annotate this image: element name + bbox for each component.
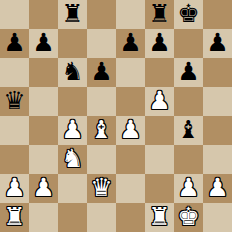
white-bishop-piece[interactable]: ♝ <box>90 115 112 144</box>
square-c3[interactable]: ♞ <box>58 145 87 174</box>
black-pawn-piece[interactable]: ♟ <box>119 28 141 57</box>
square-c7[interactable] <box>58 29 87 58</box>
square-f1[interactable]: ♜ <box>145 203 174 232</box>
square-d8[interactable] <box>87 0 116 29</box>
white-pawn-piece[interactable]: ♟ <box>32 173 54 202</box>
square-h7[interactable]: ♟ <box>203 29 232 58</box>
square-h3[interactable] <box>203 145 232 174</box>
square-b2[interactable]: ♟ <box>29 174 58 203</box>
black-pawn-piece[interactable]: ♟ <box>206 28 228 57</box>
square-b4[interactable] <box>29 116 58 145</box>
square-h4[interactable] <box>203 116 232 145</box>
white-pawn-piece[interactable]: ♟ <box>119 115 141 144</box>
black-pawn-piece[interactable]: ♟ <box>32 28 54 57</box>
white-pawn-piece[interactable]: ♟ <box>206 173 228 202</box>
square-a5[interactable]: ♛ <box>0 87 29 116</box>
square-d1[interactable] <box>87 203 116 232</box>
square-h2[interactable]: ♟ <box>203 174 232 203</box>
square-d2[interactable]: ♛ <box>87 174 116 203</box>
square-f4[interactable] <box>145 116 174 145</box>
white-pawn-piece[interactable]: ♟ <box>61 115 83 144</box>
square-b5[interactable] <box>29 87 58 116</box>
square-a7[interactable]: ♟ <box>0 29 29 58</box>
square-a6[interactable] <box>0 58 29 87</box>
black-pawn-piece[interactable]: ♟ <box>177 57 199 86</box>
square-g1[interactable]: ♚ <box>174 203 203 232</box>
square-b7[interactable]: ♟ <box>29 29 58 58</box>
square-c8[interactable]: ♜ <box>58 0 87 29</box>
square-a1[interactable]: ♜ <box>0 203 29 232</box>
square-c5[interactable] <box>58 87 87 116</box>
square-g2[interactable]: ♟ <box>174 174 203 203</box>
chess-board: ♜♜♚♟♟♟♟♟♞♟♟♛♟♟♝♟♝♞♟♟♛♟♟♜♜♚ <box>0 0 232 232</box>
square-g6[interactable]: ♟ <box>174 58 203 87</box>
square-f3[interactable] <box>145 145 174 174</box>
square-a4[interactable] <box>0 116 29 145</box>
square-g7[interactable] <box>174 29 203 58</box>
white-rook-piece[interactable]: ♜ <box>148 202 170 231</box>
square-e2[interactable] <box>116 174 145 203</box>
square-a8[interactable] <box>0 0 29 29</box>
black-rook-piece[interactable]: ♜ <box>61 0 83 28</box>
square-f7[interactable]: ♟ <box>145 29 174 58</box>
square-e5[interactable] <box>116 87 145 116</box>
square-d3[interactable] <box>87 145 116 174</box>
square-b8[interactable] <box>29 0 58 29</box>
square-e8[interactable] <box>116 0 145 29</box>
square-e1[interactable] <box>116 203 145 232</box>
square-d5[interactable] <box>87 87 116 116</box>
square-g4[interactable]: ♝ <box>174 116 203 145</box>
white-knight-piece[interactable]: ♞ <box>61 144 83 173</box>
white-pawn-piece[interactable]: ♟ <box>3 173 25 202</box>
square-a3[interactable] <box>0 145 29 174</box>
square-e6[interactable] <box>116 58 145 87</box>
square-d6[interactable]: ♟ <box>87 58 116 87</box>
square-g8[interactable]: ♚ <box>174 0 203 29</box>
square-c6[interactable]: ♞ <box>58 58 87 87</box>
square-a2[interactable]: ♟ <box>0 174 29 203</box>
square-f2[interactable] <box>145 174 174 203</box>
square-e7[interactable]: ♟ <box>116 29 145 58</box>
square-d7[interactable] <box>87 29 116 58</box>
square-g3[interactable] <box>174 145 203 174</box>
white-rook-piece[interactable]: ♜ <box>3 202 25 231</box>
square-b6[interactable] <box>29 58 58 87</box>
black-queen-piece[interactable]: ♛ <box>3 86 25 115</box>
white-queen-piece[interactable]: ♛ <box>90 173 112 202</box>
square-d4[interactable]: ♝ <box>87 116 116 145</box>
white-pawn-piece[interactable]: ♟ <box>148 86 170 115</box>
square-h8[interactable] <box>203 0 232 29</box>
black-pawn-piece[interactable]: ♟ <box>148 28 170 57</box>
square-e3[interactable] <box>116 145 145 174</box>
white-king-piece[interactable]: ♚ <box>177 202 199 231</box>
black-king-piece[interactable]: ♚ <box>177 0 199 28</box>
square-c2[interactable] <box>58 174 87 203</box>
black-rook-piece[interactable]: ♜ <box>148 0 170 28</box>
black-pawn-piece[interactable]: ♟ <box>3 28 25 57</box>
square-e4[interactable]: ♟ <box>116 116 145 145</box>
square-f8[interactable]: ♜ <box>145 0 174 29</box>
square-f6[interactable] <box>145 58 174 87</box>
black-pawn-piece[interactable]: ♟ <box>90 57 112 86</box>
square-c1[interactable] <box>58 203 87 232</box>
square-b3[interactable] <box>29 145 58 174</box>
square-g5[interactable] <box>174 87 203 116</box>
square-f5[interactable]: ♟ <box>145 87 174 116</box>
square-b1[interactable] <box>29 203 58 232</box>
black-knight-piece[interactable]: ♞ <box>61 57 83 86</box>
square-h5[interactable] <box>203 87 232 116</box>
square-h6[interactable] <box>203 58 232 87</box>
white-pawn-piece[interactable]: ♟ <box>177 173 199 202</box>
black-bishop-piece[interactable]: ♝ <box>177 115 199 144</box>
square-h1[interactable] <box>203 203 232 232</box>
square-c4[interactable]: ♟ <box>58 116 87 145</box>
